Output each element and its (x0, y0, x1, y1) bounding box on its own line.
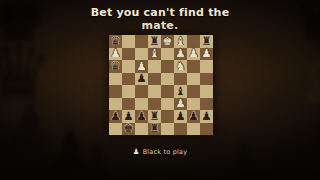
square-e7[interactable] (161, 48, 174, 61)
square-f1[interactable] (174, 123, 187, 136)
thumbnail: ♚♛♟♟♟♛♝♟♟ Bet you can't find the mate. ♛… (0, 0, 320, 180)
bg-pawn-bottom-right: ♟ (224, 136, 265, 180)
square-g6[interactable] (187, 60, 200, 73)
square-e5[interactable] (161, 73, 174, 86)
square-c2[interactable]: ♟ (135, 110, 148, 123)
square-b4[interactable] (122, 85, 135, 98)
black-pawn[interactable]: ♟ (110, 110, 120, 122)
square-h7[interactable]: ♟ (200, 48, 213, 61)
square-a2[interactable]: ♟ (109, 110, 122, 123)
black-rook[interactable]: ♜ (149, 123, 159, 135)
white-bishop[interactable]: ♝ (149, 48, 159, 60)
square-a4[interactable] (109, 85, 122, 98)
square-g1[interactable] (187, 123, 200, 136)
square-d6[interactable] (148, 60, 161, 73)
square-e3[interactable] (161, 98, 174, 111)
square-g7[interactable]: ♟ (187, 48, 200, 61)
white-king[interactable]: ♚ (162, 35, 172, 47)
black-pawn[interactable]: ♟ (188, 110, 198, 122)
square-b1[interactable]: ♚ (122, 123, 135, 136)
square-b5[interactable] (122, 73, 135, 86)
title-line-2: mate. (0, 20, 320, 33)
black-pawn[interactable]: ♟ (136, 110, 146, 122)
video-title: Bet you can't find the mate. (0, 7, 320, 33)
square-a6[interactable]: ♛ (109, 60, 122, 73)
white-pawn[interactable]: ♟ (201, 48, 211, 60)
square-g4[interactable] (187, 85, 200, 98)
turn-label: Black to play (143, 148, 188, 156)
square-c4[interactable] (135, 85, 148, 98)
square-e2[interactable] (161, 110, 174, 123)
bg-bishop-right: ♝ (290, 48, 320, 112)
bg-pawn-bottom-left: ♟ (76, 138, 115, 180)
square-c8[interactable] (135, 35, 148, 48)
square-d7[interactable]: ♝ (148, 48, 161, 61)
square-h6[interactable] (200, 60, 213, 73)
square-d5[interactable] (148, 73, 161, 86)
square-f2[interactable]: ♟ (174, 110, 187, 123)
black-pawn[interactable]: ♟ (136, 73, 146, 85)
square-e6[interactable] (161, 60, 174, 73)
square-g2[interactable]: ♟ (187, 110, 200, 123)
square-h1[interactable] (200, 123, 213, 136)
square-a1[interactable] (109, 123, 122, 136)
square-b7[interactable] (122, 48, 135, 61)
square-h4[interactable] (200, 85, 213, 98)
black-queen[interactable]: ♛ (110, 60, 120, 72)
square-f6[interactable]: ♞ (174, 60, 187, 73)
black-pawn[interactable]: ♟ (201, 110, 211, 122)
square-d4[interactable] (148, 85, 161, 98)
square-b6[interactable] (122, 60, 135, 73)
square-h2[interactable]: ♟ (200, 110, 213, 123)
square-e1[interactable] (161, 123, 174, 136)
white-knight[interactable]: ♞ (175, 60, 185, 72)
square-c1[interactable] (135, 123, 148, 136)
square-c5[interactable]: ♟ (135, 73, 148, 86)
black-king[interactable]: ♚ (123, 123, 133, 135)
square-b8[interactable] (122, 35, 135, 48)
square-h5[interactable] (200, 73, 213, 86)
square-a5[interactable] (109, 73, 122, 86)
black-pawn[interactable]: ♟ (175, 110, 185, 122)
square-e8[interactable]: ♚ (161, 35, 174, 48)
white-pawn[interactable]: ♟ (188, 48, 198, 60)
chess-board[interactable]: ♛♜♚♝♜♟♝♟♟♟♛♟♞♟♝♟♟♟♟♜♟♟♟♚♜ (108, 34, 214, 136)
square-g5[interactable] (187, 73, 200, 86)
pawn-icon: ♟ (133, 148, 140, 156)
turn-indicator: ♟ Black to play (0, 148, 320, 156)
square-e4[interactable] (161, 85, 174, 98)
square-d1[interactable]: ♜ (148, 123, 161, 136)
